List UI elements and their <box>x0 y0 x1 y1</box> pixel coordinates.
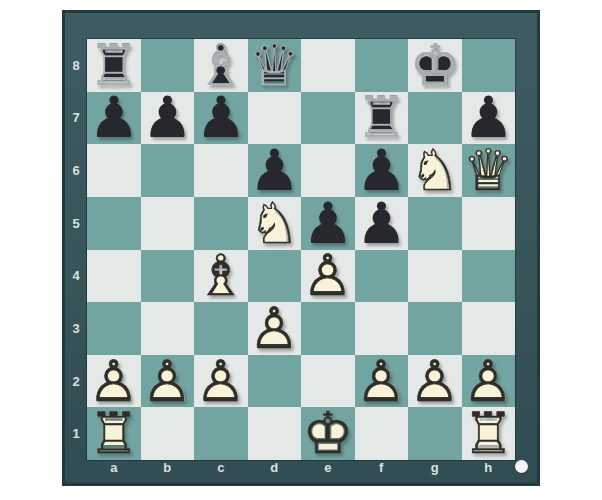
square-g8[interactable]: ♚♔ <box>408 39 462 92</box>
white-to-move-indicator <box>515 460 528 473</box>
white-pawn-icon: ♟ <box>87 355 141 408</box>
square-c4[interactable]: ♝♗ <box>194 250 248 303</box>
square-a3[interactable] <box>87 302 141 355</box>
white-pawn-detail-icon: ♙ <box>194 355 248 408</box>
square-b7[interactable]: ♟ <box>141 92 195 145</box>
black-pawn-icon: ♟ <box>355 144 409 197</box>
square-g7[interactable] <box>408 92 462 145</box>
piece-white-pawn-e4[interactable]: ♟♙ <box>301 250 355 303</box>
white-pawn-icon: ♟ <box>141 355 195 408</box>
piece-white-queen-h6[interactable]: ♛♕ <box>462 144 516 197</box>
square-g4[interactable] <box>408 250 462 303</box>
piece-white-knight-d5[interactable]: ♞♘ <box>248 197 302 250</box>
white-pawn-detail-icon: ♙ <box>248 302 302 355</box>
square-c2[interactable]: ♟♙ <box>194 355 248 408</box>
rank-label-2: 2 <box>65 355 87 408</box>
square-a6[interactable] <box>87 144 141 197</box>
white-pawn-detail-icon: ♙ <box>87 355 141 408</box>
square-h1[interactable]: ♜♖ <box>462 407 516 460</box>
square-d3[interactable]: ♟♙ <box>248 302 302 355</box>
square-b3[interactable] <box>141 302 195 355</box>
piece-black-pawn-h7[interactable]: ♟ <box>462 92 516 145</box>
file-labels: abcdefgh <box>87 457 515 477</box>
black-king-icon: ♚ <box>408 39 462 92</box>
square-d7[interactable] <box>248 92 302 145</box>
square-e5[interactable]: ♟ <box>301 197 355 250</box>
chess-board-frame: 87654321 ♜♖♝♗♛♕♚♔♟♟♟♜♖♟♟♟♞♘♛♕♞♘♟♟♝♗♟♙♟♙♟… <box>62 10 540 486</box>
file-label-h: h <box>462 457 516 477</box>
square-f7[interactable]: ♜♖ <box>355 92 409 145</box>
square-d1[interactable] <box>248 407 302 460</box>
square-c1[interactable] <box>194 407 248 460</box>
white-pawn-icon: ♟ <box>462 355 516 408</box>
white-knight-detail-icon: ♘ <box>248 197 302 250</box>
white-king-detail-icon: ♔ <box>301 407 355 460</box>
square-h8[interactable] <box>462 39 516 92</box>
piece-black-bishop-c8[interactable]: ♝♗ <box>194 39 248 92</box>
piece-white-rook-a1[interactable]: ♜♖ <box>87 407 141 460</box>
rank-label-3: 3 <box>65 302 87 355</box>
rank-label-5: 5 <box>65 197 87 250</box>
white-pawn-icon: ♟ <box>408 355 462 408</box>
white-rook-detail-icon: ♖ <box>87 407 141 460</box>
square-f1[interactable] <box>355 407 409 460</box>
square-g1[interactable] <box>408 407 462 460</box>
square-h2[interactable]: ♟♙ <box>462 355 516 408</box>
square-a5[interactable] <box>87 197 141 250</box>
piece-black-pawn-f5[interactable]: ♟ <box>355 197 409 250</box>
square-d8[interactable]: ♛♕ <box>248 39 302 92</box>
black-king-detail-icon: ♔ <box>408 39 462 92</box>
white-rook-icon: ♜ <box>462 407 516 460</box>
square-e6[interactable] <box>301 144 355 197</box>
square-d4[interactable] <box>248 250 302 303</box>
piece-white-pawn-g2[interactable]: ♟♙ <box>408 355 462 408</box>
square-a1[interactable]: ♜♖ <box>87 407 141 460</box>
square-e4[interactable]: ♟♙ <box>301 250 355 303</box>
black-pawn-icon: ♟ <box>141 92 195 145</box>
file-label-e: e <box>301 457 355 477</box>
square-f4[interactable] <box>355 250 409 303</box>
piece-white-pawn-f2[interactable]: ♟♙ <box>355 355 409 408</box>
file-label-g: g <box>408 457 462 477</box>
white-king-icon: ♚ <box>301 407 355 460</box>
square-g3[interactable] <box>408 302 462 355</box>
square-b8[interactable] <box>141 39 195 92</box>
square-b2[interactable]: ♟♙ <box>141 355 195 408</box>
white-pawn-detail-icon: ♙ <box>408 355 462 408</box>
black-pawn-icon: ♟ <box>355 197 409 250</box>
square-b4[interactable] <box>141 250 195 303</box>
square-g2[interactable]: ♟♙ <box>408 355 462 408</box>
white-knight-detail-icon: ♘ <box>408 144 462 197</box>
white-pawn-icon: ♟ <box>301 250 355 303</box>
black-queen-detail-icon: ♕ <box>248 39 302 92</box>
square-h7[interactable]: ♟ <box>462 92 516 145</box>
black-rook-detail-icon: ♖ <box>355 92 409 145</box>
piece-black-rook-f7[interactable]: ♜♖ <box>355 92 409 145</box>
chess-board: ♜♖♝♗♛♕♚♔♟♟♟♜♖♟♟♟♞♘♛♕♞♘♟♟♝♗♟♙♟♙♟♙♟♙♟♙♟♙♟♙… <box>87 39 515 460</box>
white-pawn-detail-icon: ♙ <box>355 355 409 408</box>
piece-white-bishop-c4[interactable]: ♝♗ <box>194 250 248 303</box>
piece-white-pawn-b2[interactable]: ♟♙ <box>141 355 195 408</box>
piece-black-pawn-f6[interactable]: ♟ <box>355 144 409 197</box>
rank-label-7: 7 <box>65 92 87 145</box>
square-e7[interactable] <box>301 92 355 145</box>
rank-label-8: 8 <box>65 39 87 92</box>
black-rook-detail-icon: ♖ <box>87 39 141 92</box>
rank-label-1: 1 <box>65 407 87 460</box>
white-pawn-detail-icon: ♙ <box>301 250 355 303</box>
square-e1[interactable]: ♚♔ <box>301 407 355 460</box>
file-label-f: f <box>355 457 409 477</box>
piece-white-pawn-c2[interactable]: ♟♙ <box>194 355 248 408</box>
square-b5[interactable] <box>141 197 195 250</box>
black-pawn-icon: ♟ <box>248 144 302 197</box>
square-h6[interactable]: ♛♕ <box>462 144 516 197</box>
piece-black-pawn-e5[interactable]: ♟ <box>301 197 355 250</box>
piece-white-pawn-h2[interactable]: ♟♙ <box>462 355 516 408</box>
square-c8[interactable]: ♝♗ <box>194 39 248 92</box>
white-pawn-detail-icon: ♙ <box>141 355 195 408</box>
rank-labels: 87654321 <box>65 39 87 460</box>
black-pawn-icon: ♟ <box>87 92 141 145</box>
square-c7[interactable]: ♟ <box>194 92 248 145</box>
square-a7[interactable]: ♟ <box>87 92 141 145</box>
square-e8[interactable] <box>301 39 355 92</box>
square-f2[interactable]: ♟♙ <box>355 355 409 408</box>
white-pawn-icon: ♟ <box>248 302 302 355</box>
square-g6[interactable]: ♞♘ <box>408 144 462 197</box>
square-g5[interactable] <box>408 197 462 250</box>
square-e2[interactable] <box>301 355 355 408</box>
white-queen-icon: ♛ <box>462 144 516 197</box>
file-label-d: d <box>248 457 302 477</box>
square-a4[interactable] <box>87 250 141 303</box>
square-a2[interactable]: ♟♙ <box>87 355 141 408</box>
black-pawn-icon: ♟ <box>462 92 516 145</box>
piece-white-pawn-d3[interactable]: ♟♙ <box>248 302 302 355</box>
white-pawn-detail-icon: ♙ <box>462 355 516 408</box>
piece-black-pawn-a7[interactable]: ♟ <box>87 92 141 145</box>
square-h3[interactable] <box>462 302 516 355</box>
piece-white-pawn-a2[interactable]: ♟♙ <box>87 355 141 408</box>
white-knight-icon: ♞ <box>408 144 462 197</box>
piece-white-king-e1[interactable]: ♚♔ <box>301 407 355 460</box>
square-d2[interactable] <box>248 355 302 408</box>
white-rook-detail-icon: ♖ <box>462 407 516 460</box>
white-pawn-icon: ♟ <box>355 355 409 408</box>
white-knight-icon: ♞ <box>248 197 302 250</box>
square-f6[interactable]: ♟ <box>355 144 409 197</box>
square-b1[interactable] <box>141 407 195 460</box>
white-bishop-detail-icon: ♗ <box>194 250 248 303</box>
white-bishop-icon: ♝ <box>194 250 248 303</box>
black-rook-icon: ♜ <box>355 92 409 145</box>
black-bishop-icon: ♝ <box>194 39 248 92</box>
black-queen-icon: ♛ <box>248 39 302 92</box>
white-queen-detail-icon: ♕ <box>462 144 516 197</box>
file-label-a: a <box>87 457 141 477</box>
square-c5[interactable] <box>194 197 248 250</box>
piece-white-knight-g6[interactable]: ♞♘ <box>408 144 462 197</box>
piece-black-pawn-b7[interactable]: ♟ <box>141 92 195 145</box>
piece-black-king-g8[interactable]: ♚♔ <box>408 39 462 92</box>
file-label-b: b <box>141 457 195 477</box>
square-d6[interactable]: ♟ <box>248 144 302 197</box>
square-f3[interactable] <box>355 302 409 355</box>
square-a8[interactable]: ♜♖ <box>87 39 141 92</box>
black-bishop-detail-icon: ♗ <box>194 39 248 92</box>
square-b6[interactable] <box>141 144 195 197</box>
square-h5[interactable] <box>462 197 516 250</box>
rank-label-6: 6 <box>65 144 87 197</box>
piece-black-rook-a8[interactable]: ♜♖ <box>87 39 141 92</box>
piece-black-pawn-d6[interactable]: ♟ <box>248 144 302 197</box>
square-c3[interactable] <box>194 302 248 355</box>
rank-label-4: 4 <box>65 250 87 303</box>
square-c6[interactable] <box>194 144 248 197</box>
black-pawn-icon: ♟ <box>194 92 248 145</box>
square-d5[interactable]: ♞♘ <box>248 197 302 250</box>
piece-black-queen-d8[interactable]: ♛♕ <box>248 39 302 92</box>
file-label-c: c <box>194 457 248 477</box>
piece-black-pawn-c7[interactable]: ♟ <box>194 92 248 145</box>
white-rook-icon: ♜ <box>87 407 141 460</box>
square-h4[interactable] <box>462 250 516 303</box>
square-f8[interactable] <box>355 39 409 92</box>
black-rook-icon: ♜ <box>87 39 141 92</box>
square-e3[interactable] <box>301 302 355 355</box>
square-f5[interactable]: ♟ <box>355 197 409 250</box>
piece-white-rook-h1[interactable]: ♜♖ <box>462 407 516 460</box>
black-pawn-icon: ♟ <box>301 197 355 250</box>
white-pawn-icon: ♟ <box>194 355 248 408</box>
